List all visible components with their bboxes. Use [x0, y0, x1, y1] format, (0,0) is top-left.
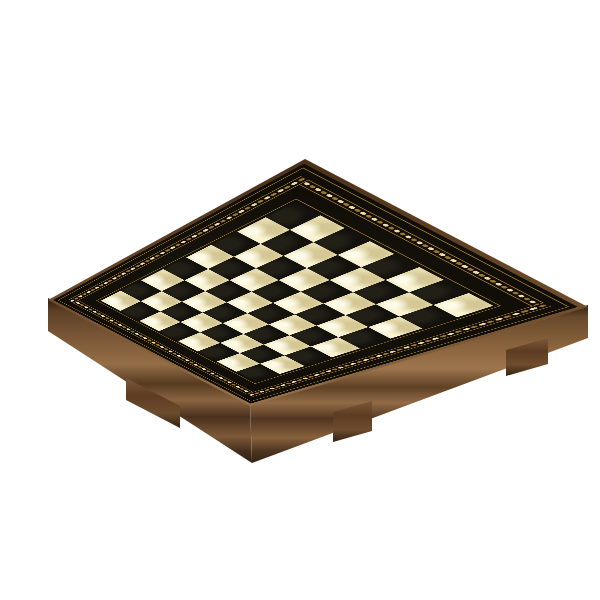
- bracket-foot-left: [126, 378, 180, 428]
- chess-board: [48, 159, 588, 406]
- bracket-foot-right: [506, 338, 548, 376]
- bracket-foot-center: [333, 401, 372, 442]
- squares-grid: [101, 202, 493, 382]
- board-border-field: [53, 164, 577, 404]
- product-photo-scene: [0, 0, 600, 600]
